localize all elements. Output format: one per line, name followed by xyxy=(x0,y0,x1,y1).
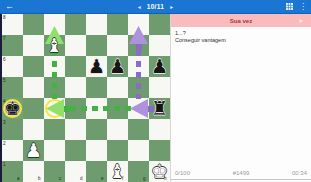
square-e8[interactable] xyxy=(86,14,107,35)
rank-label-7: 7 xyxy=(3,36,6,41)
black-pawn-f6[interactable]: ♟ xyxy=(107,56,128,77)
file-label-e: e xyxy=(101,176,104,181)
rank-label-3: 3 xyxy=(3,120,6,125)
grid-view-icon[interactable] xyxy=(286,3,293,10)
square-b7[interactable] xyxy=(23,35,44,56)
square-c3[interactable] xyxy=(44,119,65,140)
square-f8[interactable] xyxy=(107,14,128,35)
side-panel: Sua vez ► 1...? Conseguir vantagem 0/100… xyxy=(170,14,311,182)
square-d2[interactable] xyxy=(65,140,86,161)
puzzle-counter-label: 10/11 xyxy=(147,3,164,10)
square-b3[interactable] xyxy=(23,119,44,140)
next-puzzle-icon[interactable]: ► xyxy=(169,4,174,10)
turn-status-label: Sua vez xyxy=(230,18,252,24)
square-f5[interactable] xyxy=(107,77,128,98)
square-h5[interactable] xyxy=(149,77,170,98)
score-value: 0/100 xyxy=(175,170,190,176)
file-label-a: a xyxy=(17,176,20,181)
black-pawn-h6[interactable]: ♟ xyxy=(149,56,170,77)
square-f2[interactable] xyxy=(107,140,128,161)
arrow-g4-g8-dashes xyxy=(136,50,141,99)
puzzle-number: #1499 xyxy=(233,170,250,176)
square-f7[interactable] xyxy=(107,35,128,56)
square-f3[interactable] xyxy=(107,119,128,140)
square-c2[interactable] xyxy=(44,140,65,161)
square-e5[interactable] xyxy=(86,77,107,98)
file-label-d: d xyxy=(80,176,83,181)
square-e2[interactable] xyxy=(86,140,107,161)
square-h7[interactable] xyxy=(149,35,170,56)
black-rook-h4[interactable]: ♜ xyxy=(149,98,170,119)
move-prompt: 1...? xyxy=(175,30,307,37)
square-d7[interactable] xyxy=(65,35,86,56)
rank-label-8: 8 xyxy=(3,15,6,20)
square-d5[interactable] xyxy=(65,77,86,98)
white-pawn-b2[interactable]: ♟ xyxy=(23,140,44,161)
prev-puzzle-icon[interactable]: ◄ xyxy=(137,4,142,10)
file-label-h: h xyxy=(164,176,167,181)
task-description: Conseguir vantagem xyxy=(175,37,307,44)
square-h2[interactable] xyxy=(149,140,170,161)
rank-label-6: 6 xyxy=(3,57,6,62)
square-b5[interactable] xyxy=(23,77,44,98)
chess-board: ♝♟♟♟♚♜♟♝♚87654321abcdefgh xyxy=(0,14,170,182)
board-left-border xyxy=(0,14,2,182)
square-d8[interactable] xyxy=(65,14,86,35)
square-h3[interactable] xyxy=(149,119,170,140)
rank-label-4: 4 xyxy=(3,99,6,104)
stats-bar: 0/100 #1499 00:34 xyxy=(171,166,311,180)
overflow-menu-button[interactable]: ⋮ xyxy=(299,0,307,13)
turn-status-bar: Sua vez ► xyxy=(171,14,311,27)
square-g3[interactable] xyxy=(128,119,149,140)
square-b4[interactable] xyxy=(23,98,44,119)
file-label-f: f xyxy=(122,176,123,181)
square-b6[interactable] xyxy=(23,56,44,77)
back-button[interactable]: ← xyxy=(5,0,14,13)
file-label-g: g xyxy=(143,176,146,181)
white-bishop-c7[interactable]: ♝ xyxy=(44,35,65,56)
square-d6[interactable] xyxy=(65,56,86,77)
timer-value: 00:34 xyxy=(292,170,307,176)
rank-label-1: 1 xyxy=(3,162,6,167)
rank-label-2: 2 xyxy=(3,141,6,146)
black-pawn-e6[interactable]: ♟ xyxy=(86,56,107,77)
puzzle-counter: ◄ 10/11 ► xyxy=(137,0,174,13)
rank-label-5: 5 xyxy=(3,78,6,83)
square-b8[interactable] xyxy=(23,14,44,35)
square-e7[interactable] xyxy=(86,35,107,56)
file-label-b: b xyxy=(38,176,41,181)
square-g2[interactable] xyxy=(128,140,149,161)
app-bar: ← ◄ 10/11 ► ⋮ xyxy=(0,0,311,14)
square-e3[interactable] xyxy=(86,119,107,140)
white-bishop-f1[interactable]: ♝ xyxy=(107,161,128,182)
square-d3[interactable] xyxy=(65,119,86,140)
square-c1[interactable] xyxy=(44,161,65,182)
square-h8[interactable] xyxy=(149,14,170,35)
task-block: 1...? Conseguir vantagem xyxy=(171,27,311,44)
arrow-c4-c8-dashes xyxy=(52,50,57,99)
play-move-icon[interactable]: ► xyxy=(298,14,305,27)
file-label-c: c xyxy=(59,176,61,181)
arrow-h4-c4-dashes xyxy=(70,106,140,111)
